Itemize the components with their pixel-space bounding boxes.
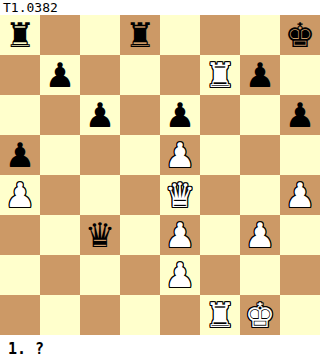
piece-black-rook: ♜ — [5, 15, 35, 55]
square-e2[interactable]: ♟ — [160, 255, 200, 295]
square-d4[interactable] — [120, 175, 160, 215]
square-f2[interactable] — [200, 255, 240, 295]
square-g4[interactable] — [240, 175, 280, 215]
square-g8[interactable] — [240, 15, 280, 55]
piece-black-pawn: ♟ — [5, 135, 35, 175]
square-f5[interactable] — [200, 135, 240, 175]
piece-black-pawn: ♟ — [285, 95, 315, 135]
square-h2[interactable] — [280, 255, 320, 295]
square-e8[interactable] — [160, 15, 200, 55]
square-a3[interactable] — [0, 215, 40, 255]
square-b8[interactable] — [40, 15, 80, 55]
square-a7[interactable] — [0, 55, 40, 95]
square-d6[interactable] — [120, 95, 160, 135]
piece-white-pawn: ♟ — [165, 135, 195, 175]
square-d2[interactable] — [120, 255, 160, 295]
square-b6[interactable] — [40, 95, 80, 135]
square-d1[interactable] — [120, 295, 160, 335]
piece-white-queen: ♛ — [165, 175, 195, 215]
piece-white-pawn: ♟ — [165, 255, 195, 295]
square-e6[interactable]: ♟ — [160, 95, 200, 135]
square-f8[interactable] — [200, 15, 240, 55]
square-e5[interactable]: ♟ — [160, 135, 200, 175]
square-g5[interactable] — [240, 135, 280, 175]
square-g3[interactable]: ♟ — [240, 215, 280, 255]
square-h4[interactable]: ♟ — [280, 175, 320, 215]
square-c3[interactable]: ♛ — [80, 215, 120, 255]
square-b3[interactable] — [40, 215, 80, 255]
square-f3[interactable] — [200, 215, 240, 255]
square-f6[interactable] — [200, 95, 240, 135]
square-d7[interactable] — [120, 55, 160, 95]
square-h5[interactable] — [280, 135, 320, 175]
square-b1[interactable] — [40, 295, 80, 335]
square-e4[interactable]: ♛ — [160, 175, 200, 215]
square-d8[interactable]: ♜ — [120, 15, 160, 55]
square-a4[interactable]: ♟ — [0, 175, 40, 215]
square-g6[interactable] — [240, 95, 280, 135]
square-g1[interactable]: ♚ — [240, 295, 280, 335]
square-a5[interactable]: ♟ — [0, 135, 40, 175]
piece-white-pawn: ♟ — [165, 215, 195, 255]
square-e1[interactable] — [160, 295, 200, 335]
square-b4[interactable] — [40, 175, 80, 215]
piece-black-pawn: ♟ — [45, 55, 75, 95]
square-c5[interactable] — [80, 135, 120, 175]
chess-app-screen: T1.0382 ♜♜♚♟♜♟♟♟♟♟♟♟♛♟♛♟♟♟♜♚ 1. ? — [0, 0, 320, 360]
square-c1[interactable] — [80, 295, 120, 335]
square-h3[interactable] — [280, 215, 320, 255]
chess-board: ♜♜♚♟♜♟♟♟♟♟♟♟♛♟♛♟♟♟♜♚ — [0, 15, 320, 335]
square-f4[interactable] — [200, 175, 240, 215]
square-c7[interactable] — [80, 55, 120, 95]
piece-black-rook: ♜ — [125, 15, 155, 55]
piece-white-rook: ♜ — [205, 295, 235, 335]
square-c8[interactable] — [80, 15, 120, 55]
piece-white-pawn: ♟ — [245, 215, 275, 255]
square-c6[interactable]: ♟ — [80, 95, 120, 135]
move-prompt: 1. ? — [0, 335, 320, 360]
square-h7[interactable] — [280, 55, 320, 95]
piece-black-pawn: ♟ — [165, 95, 195, 135]
square-f7[interactable]: ♜ — [200, 55, 240, 95]
square-d5[interactable] — [120, 135, 160, 175]
square-h6[interactable]: ♟ — [280, 95, 320, 135]
square-b2[interactable] — [40, 255, 80, 295]
square-e3[interactable]: ♟ — [160, 215, 200, 255]
square-b7[interactable]: ♟ — [40, 55, 80, 95]
square-a1[interactable] — [0, 295, 40, 335]
square-e7[interactable] — [160, 55, 200, 95]
puzzle-title: T1.0382 — [0, 0, 320, 15]
square-g2[interactable] — [240, 255, 280, 295]
square-g7[interactable]: ♟ — [240, 55, 280, 95]
square-c2[interactable] — [80, 255, 120, 295]
piece-black-queen: ♛ — [85, 215, 115, 255]
piece-black-pawn: ♟ — [245, 55, 275, 95]
square-h1[interactable] — [280, 295, 320, 335]
piece-black-king: ♚ — [285, 15, 315, 55]
square-d3[interactable] — [120, 215, 160, 255]
piece-white-pawn: ♟ — [5, 175, 35, 215]
piece-white-king: ♚ — [245, 295, 275, 335]
square-a8[interactable]: ♜ — [0, 15, 40, 55]
piece-black-pawn: ♟ — [85, 95, 115, 135]
square-f1[interactable]: ♜ — [200, 295, 240, 335]
square-a2[interactable] — [0, 255, 40, 295]
square-b5[interactable] — [40, 135, 80, 175]
square-c4[interactable] — [80, 175, 120, 215]
piece-white-rook: ♜ — [205, 55, 235, 95]
piece-white-pawn: ♟ — [285, 175, 315, 215]
square-h8[interactable]: ♚ — [280, 15, 320, 55]
square-a6[interactable] — [0, 95, 40, 135]
